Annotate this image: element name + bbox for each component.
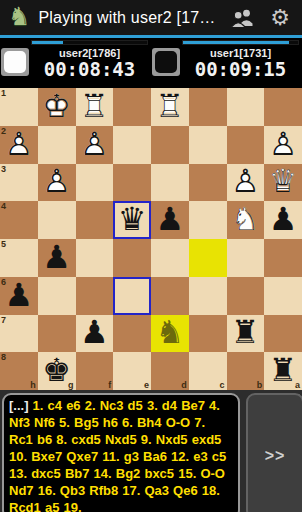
file-label-g: g: [68, 380, 74, 390]
square-a5[interactable]: [264, 239, 302, 277]
square-c6[interactable]: [189, 277, 227, 315]
square-h5[interactable]: 5: [0, 239, 38, 277]
white-rook: ♜♖: [151, 88, 189, 126]
square-e7[interactable]: [113, 315, 151, 353]
square-b6[interactable]: [227, 277, 265, 315]
white-rook: ♜♖: [76, 88, 114, 126]
file-label-f: f: [108, 380, 111, 390]
participants-icon[interactable]: [229, 7, 256, 28]
rank-label-2: 2: [1, 126, 6, 136]
square-g2[interactable]: [38, 126, 76, 164]
white-player-time: 00:08:43: [31, 59, 148, 80]
square-e6[interactable]: [113, 277, 151, 315]
square-g8[interactable]: ♚g: [38, 352, 76, 390]
square-f7[interactable]: ♟: [76, 315, 114, 353]
square-d3[interactable]: [151, 164, 189, 202]
black-side-icon: [152, 48, 180, 76]
square-b1[interactable]: [227, 88, 265, 126]
square-b7[interactable]: ♜: [227, 315, 265, 353]
square-f8[interactable]: f: [76, 352, 114, 390]
rank-label-3: 3: [1, 164, 6, 174]
white-pawn: ♟♙: [38, 164, 76, 202]
window-title: Playing with user2 [17…: [38, 9, 229, 27]
rank-label-5: 5: [1, 239, 6, 249]
square-h4[interactable]: 4: [0, 201, 38, 239]
clock-panel: user2[1786] 00:08:43 user1[1731] 00:09:1…: [0, 38, 302, 88]
rank-label-4: 4: [1, 201, 6, 211]
file-label-b: b: [257, 380, 263, 390]
white-king: ♚♔: [38, 88, 76, 126]
white-side-icon: [1, 48, 29, 76]
square-e1[interactable]: [113, 88, 151, 126]
square-d5[interactable]: [151, 239, 189, 277]
square-c1[interactable]: [189, 88, 227, 126]
square-d8[interactable]: d: [151, 352, 189, 390]
black-queen: ♛: [113, 201, 151, 239]
square-c7[interactable]: [189, 315, 227, 353]
fast-forward-button[interactable]: >>: [246, 393, 302, 512]
white-time-progressbar: [31, 40, 148, 45]
file-label-e: e: [144, 380, 149, 390]
action-bar: ♞ Playing with user2 [17… ⚙: [0, 0, 302, 38]
square-e4[interactable]: ♛: [113, 201, 151, 239]
square-g1[interactable]: ♚♔: [38, 88, 76, 126]
square-g6[interactable]: [38, 277, 76, 315]
file-label-h: h: [30, 380, 36, 390]
rank-label-1: 1: [1, 88, 6, 98]
white-queen: ♛♕: [264, 164, 302, 202]
square-f2[interactable]: ♟♙: [76, 126, 114, 164]
rank-label-7: 7: [1, 315, 6, 325]
black-pawn: ♟: [38, 239, 76, 277]
square-a8[interactable]: ♜a: [264, 352, 302, 390]
square-d4[interactable]: ♟: [151, 201, 189, 239]
black-player-time: 00:09:15: [182, 59, 299, 80]
move-list-panel: [...] 1. c4 e6 2. Nc3 d5 3. d4 Be7 4. Nf…: [0, 390, 302, 512]
square-b3[interactable]: ♟♙: [227, 164, 265, 202]
move-list-text[interactable]: 1. c4 e6 2. Nc3 d5 3. d4 Be7 4. Nf3 Nf6 …: [9, 398, 226, 512]
square-c3[interactable]: [189, 164, 227, 202]
black-pawn: ♟: [264, 201, 302, 239]
square-b8[interactable]: b: [227, 352, 265, 390]
black-pawn: ♟: [76, 315, 114, 353]
square-h2[interactable]: ♟♙2: [0, 126, 38, 164]
move-list[interactable]: [...] 1. c4 e6 2. Nc3 d5 3. d4 Be7 4. Nf…: [2, 393, 240, 512]
app-knight-icon: ♞: [8, 4, 30, 29]
square-c4[interactable]: [189, 201, 227, 239]
rank-label-8: 8: [1, 352, 6, 362]
square-a6[interactable]: [264, 277, 302, 315]
square-d6[interactable]: [151, 277, 189, 315]
square-h3[interactable]: 3: [0, 164, 38, 202]
chess-app-screen: ♞ Playing with user2 [17… ⚙ user2[1786]: [0, 0, 302, 512]
square-d1[interactable]: ♜♖: [151, 88, 189, 126]
square-g7[interactable]: [38, 315, 76, 353]
square-a2[interactable]: ♟♙: [264, 126, 302, 164]
rank-label-6: 6: [1, 277, 6, 287]
square-h7[interactable]: 7: [0, 315, 38, 353]
square-h8[interactable]: 8h: [0, 352, 38, 390]
white-knight: ♞♘: [227, 201, 265, 239]
square-g4[interactable]: [38, 201, 76, 239]
square-f4[interactable]: [76, 201, 114, 239]
black-player-clock: user1[1731] 00:09:15: [151, 38, 302, 88]
square-a7[interactable]: [264, 315, 302, 353]
chess-board: 1♚♔♜♖♜♖♟♙2♟♙♟♙3♟♙♟♙♛♕4♛♟♞♘♟5♟♟67♟♞♜8h♚gf…: [0, 88, 302, 390]
square-h6[interactable]: ♟6: [0, 277, 38, 315]
square-f5[interactable]: [76, 239, 114, 277]
square-g5[interactable]: ♟: [38, 239, 76, 277]
file-label-a: a: [295, 380, 300, 390]
square-e5[interactable]: [113, 239, 151, 277]
square-d7[interactable]: ♞: [151, 315, 189, 353]
square-f1[interactable]: ♜♖: [76, 88, 114, 126]
square-e8[interactable]: e: [113, 352, 151, 390]
square-f6[interactable]: [76, 277, 114, 315]
square-d2[interactable]: [151, 126, 189, 164]
white-pawn: ♟♙: [76, 126, 114, 164]
white-player-clock: user2[1786] 00:08:43: [0, 38, 151, 88]
square-a3[interactable]: ♛♕: [264, 164, 302, 202]
square-c8[interactable]: c: [189, 352, 227, 390]
square-b4[interactable]: ♞♘: [227, 201, 265, 239]
square-g3[interactable]: ♟♙: [38, 164, 76, 202]
square-e3[interactable]: [113, 164, 151, 202]
settings-gear-icon[interactable]: ⚙: [270, 7, 290, 29]
square-b5[interactable]: [227, 239, 265, 277]
square-c2[interactable]: [189, 126, 227, 164]
black-pawn: ♟: [151, 201, 189, 239]
file-label-d: d: [181, 380, 187, 390]
black-knight: ♞: [151, 315, 189, 353]
square-e2[interactable]: [113, 126, 151, 164]
white-pawn: ♟♙: [264, 126, 302, 164]
square-a4[interactable]: ♟: [264, 201, 302, 239]
black-time-progressbar: [182, 40, 299, 45]
move-list-prefix[interactable]: [...]: [9, 398, 29, 413]
square-h1[interactable]: 1: [0, 88, 38, 126]
black-rook: ♜: [227, 315, 265, 353]
square-b2[interactable]: [227, 126, 265, 164]
square-f3[interactable]: [76, 164, 114, 202]
square-c5[interactable]: [189, 239, 227, 277]
white-pawn: ♟♙: [227, 164, 265, 202]
square-a1[interactable]: [264, 88, 302, 126]
file-label-c: c: [219, 380, 224, 390]
